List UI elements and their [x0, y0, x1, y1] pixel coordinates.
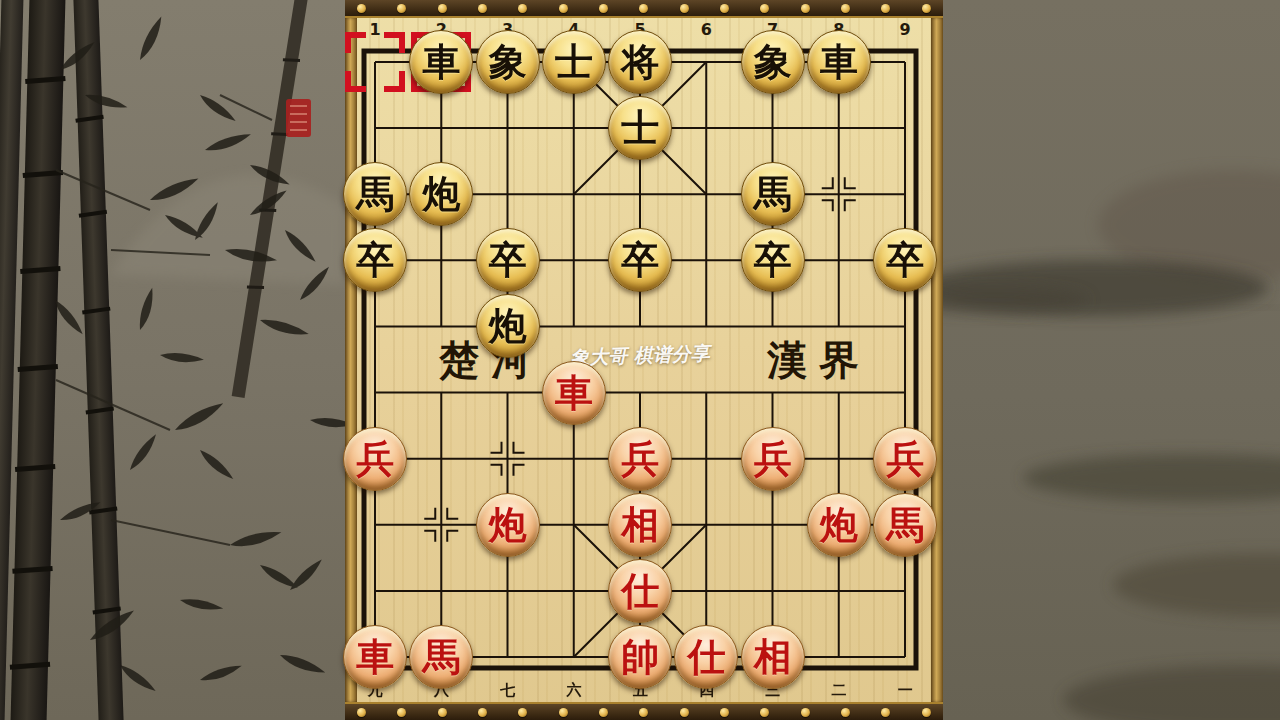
landscape-painting-image: [943, 0, 1280, 720]
gold-stud-icon: [720, 708, 729, 717]
gold-stud-icon: [639, 708, 648, 717]
gold-stud-icon: [357, 708, 366, 717]
piece-black-pawn[interactable]: 卒: [343, 228, 407, 292]
seal-stamp: [286, 99, 311, 137]
file-number-bottom-4: 六: [541, 681, 607, 700]
gold-stud-icon: [760, 708, 769, 717]
gold-stud-icon: [599, 708, 608, 717]
piece-black-cannon[interactable]: 炮: [476, 294, 540, 358]
gold-stud-icon: [841, 708, 850, 717]
right-ink-painting-panel: [943, 0, 1280, 720]
piece-red-pawn[interactable]: 兵: [343, 427, 407, 491]
xiangqi-board-panel: 123456789 楚河 漢界 象大哥 棋谱分享 車象士将象車士馬炮馬卒卒卒卒卒…: [345, 0, 943, 720]
piece-black-pawn[interactable]: 卒: [476, 228, 540, 292]
gold-stud-icon: [438, 708, 447, 717]
piece-red-rook[interactable]: 車: [542, 361, 606, 425]
piece-red-advisor[interactable]: 仕: [608, 559, 672, 623]
piece-red-pawn[interactable]: 兵: [608, 427, 672, 491]
gold-stud-icon: [397, 708, 406, 717]
piece-red-elephant[interactable]: 相: [741, 625, 805, 689]
gold-stud-icon: [680, 708, 689, 717]
piece-red-cannon[interactable]: 炮: [807, 493, 871, 557]
file-number-bottom-3: 七: [475, 681, 541, 700]
gold-stud-icon: [559, 708, 568, 717]
piece-black-elephant[interactable]: 象: [476, 30, 540, 94]
bottom-decorative-stud-bar: [345, 702, 943, 720]
file-number-bottom-8: 二: [806, 681, 872, 700]
gold-stud-icon: [518, 708, 527, 717]
piece-black-rook[interactable]: 車: [409, 30, 473, 94]
gold-stud-icon: [478, 708, 487, 717]
piece-black-rook[interactable]: 車: [807, 30, 871, 94]
piece-black-cannon[interactable]: 炮: [409, 162, 473, 226]
piece-black-pawn[interactable]: 卒: [741, 228, 805, 292]
gold-stud-icon: [922, 708, 931, 717]
piece-black-pawn[interactable]: 卒: [608, 228, 672, 292]
piece-red-elephant[interactable]: 相: [608, 493, 672, 557]
piece-red-king[interactable]: 帥: [608, 625, 672, 689]
piece-black-pawn[interactable]: 卒: [873, 228, 937, 292]
video-frame: 123456789 楚河 漢界 象大哥 棋谱分享 車象士将象車士馬炮馬卒卒卒卒卒…: [0, 0, 1280, 720]
bamboo-painting-image: [0, 0, 345, 720]
gold-stud-icon: [801, 708, 810, 717]
gold-stud-icon: [881, 708, 890, 717]
piece-red-cannon[interactable]: 炮: [476, 493, 540, 557]
piece-red-pawn[interactable]: 兵: [873, 427, 937, 491]
piece-black-king[interactable]: 将: [608, 30, 672, 94]
piece-red-advisor[interactable]: 仕: [674, 625, 738, 689]
piece-black-advisor[interactable]: 士: [542, 30, 606, 94]
file-number-bottom-9: 一: [872, 681, 938, 700]
piece-red-horse[interactable]: 馬: [873, 493, 937, 557]
piece-black-advisor[interactable]: 士: [608, 96, 672, 160]
piece-red-pawn[interactable]: 兵: [741, 427, 805, 491]
piece-black-horse[interactable]: 馬: [343, 162, 407, 226]
last-move-from-marker: [345, 32, 405, 92]
left-ink-painting-panel: [0, 0, 345, 720]
piece-red-horse[interactable]: 馬: [409, 625, 473, 689]
xiangqi-board[interactable]: 車象士将象車士馬炮馬卒卒卒卒卒炮車兵兵兵兵炮相炮馬仕車馬帥仕相: [342, 29, 939, 691]
piece-black-horse[interactable]: 馬: [741, 162, 805, 226]
piece-black-elephant[interactable]: 象: [741, 30, 805, 94]
piece-red-rook[interactable]: 車: [343, 625, 407, 689]
